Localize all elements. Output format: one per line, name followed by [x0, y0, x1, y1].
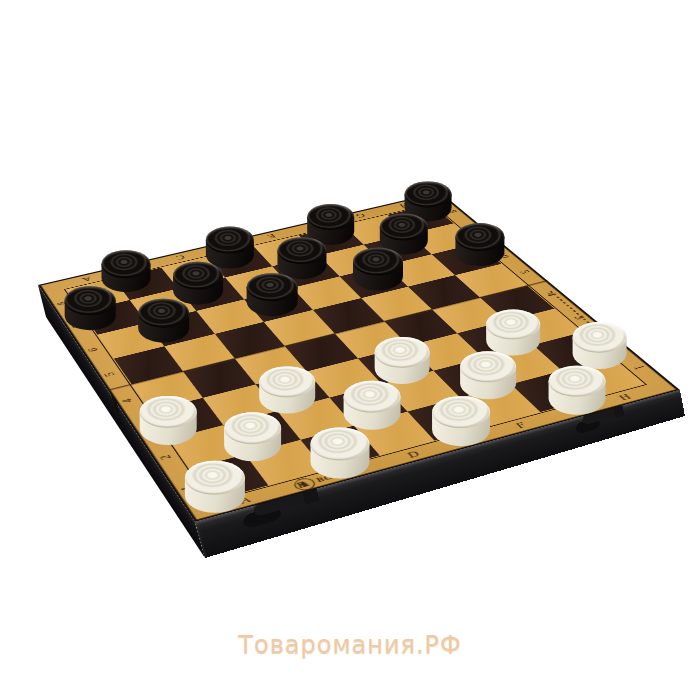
piece-top: [353, 248, 403, 276]
piece-top: [185, 461, 245, 495]
piece-top: [572, 322, 627, 353]
black-checker-b6: [138, 298, 190, 342]
piece-top: [247, 273, 298, 301]
piece-top: [344, 381, 401, 413]
white-checker-b2: [224, 412, 282, 462]
product-photo: ABCDEFGH ABCDEFGH 87654321 87654321 ♞ ВС…: [0, 0, 700, 700]
white-checker-e3: [375, 337, 430, 384]
piece-top: [138, 298, 190, 327]
rank-label-far-4: 4: [522, 284, 580, 305]
watermark: Товаромания.РФ: [0, 631, 700, 659]
black-checker-f6: [353, 248, 403, 291]
piece-top: [405, 181, 452, 207]
piece-top: [549, 365, 606, 397]
black-checker-d6: [247, 273, 298, 317]
piece-top: [224, 412, 282, 444]
piece-top: [486, 309, 540, 339]
knight-head-icon: ♞: [296, 479, 312, 489]
piece-top: [307, 204, 355, 231]
white-checker-f2: [460, 351, 516, 399]
black-checker-a7: [65, 287, 116, 331]
white-checker-g3: [486, 309, 540, 355]
piece-top: [173, 261, 223, 289]
piece-top: [380, 213, 428, 240]
white-checker-a3: [140, 396, 197, 445]
piece-top: [140, 396, 197, 428]
white-checker-e1: [432, 396, 490, 446]
piece-top: [260, 366, 316, 397]
piece-top: [311, 428, 370, 461]
white-checker-a1: [185, 461, 245, 513]
black-checker-h6: [455, 223, 504, 265]
white-checker-d2: [344, 381, 401, 430]
white-checker-h2: [572, 322, 627, 369]
white-checker-g1: [549, 365, 606, 414]
piece-top: [375, 337, 430, 368]
piece-top: [206, 227, 254, 254]
piece-top: [460, 351, 516, 382]
white-checker-c1: [311, 428, 370, 479]
white-checker-c3: [260, 366, 316, 414]
piece-top: [65, 287, 116, 315]
piece-top: [432, 396, 490, 428]
